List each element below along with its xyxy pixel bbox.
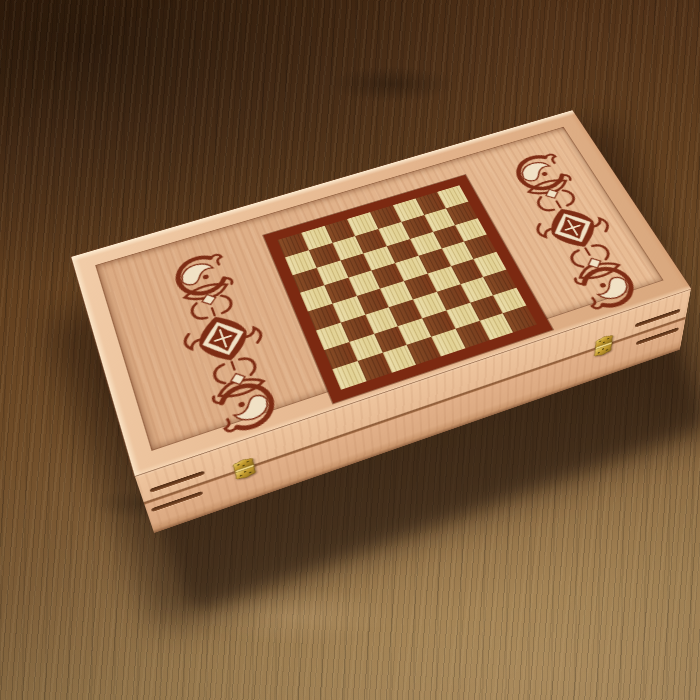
perspective-scene [0, 0, 700, 700]
ornament-inlay-left [153, 245, 299, 444]
photo-of-chess-box [0, 0, 700, 700]
routed-slot [151, 491, 203, 512]
brass-latch-left [231, 455, 258, 482]
routed-slot [636, 327, 679, 345]
brass-latch-right [593, 332, 615, 359]
routed-slot [635, 309, 681, 328]
routed-slot [149, 471, 204, 493]
